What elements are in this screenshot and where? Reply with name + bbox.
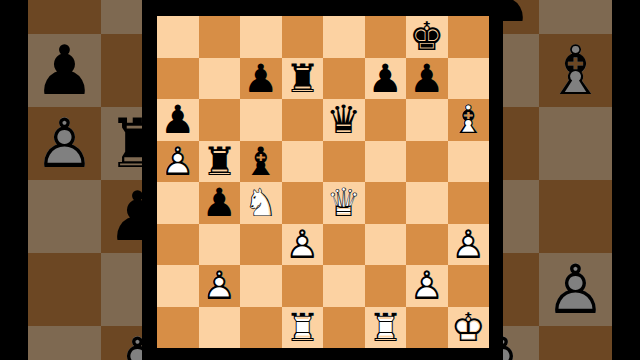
square-c1 <box>240 307 282 349</box>
black-rook-piece: ♜ <box>285 59 320 98</box>
square-h1: ♚♔ <box>448 307 490 349</box>
square-d4 <box>282 182 324 224</box>
square-g8: ♚ <box>406 16 448 58</box>
black-pawn-piece: ♟ <box>202 183 237 222</box>
white-pawn-piece: ♟♙ <box>545 256 606 324</box>
square-c8 <box>240 16 282 58</box>
square-e7 <box>323 58 365 100</box>
square-h5 <box>539 107 612 180</box>
white-pawn-piece: ♟♙ <box>160 142 195 181</box>
black-pawn-piece: ♟ <box>409 59 444 98</box>
square-d2 <box>282 265 324 307</box>
black-queen-piece: ♛ <box>326 100 361 139</box>
square-c3 <box>240 224 282 266</box>
square-g2: ♟♙ <box>406 265 448 307</box>
square-b7 <box>199 58 241 100</box>
square-h7 <box>539 0 612 34</box>
square-c2 <box>240 265 282 307</box>
square-g3 <box>406 224 448 266</box>
square-g1 <box>406 307 448 349</box>
video-frame: ♚♟♜♟♟♟♛♝♗♟♙♜♝♟♞♘♛♕♟♙♟♙♟♙♟♙♜♖♜♖♚♔ ♚♟♜♟♟♟♛… <box>0 0 640 360</box>
square-g5 <box>406 141 448 183</box>
square-b6 <box>199 99 241 141</box>
square-e6: ♛ <box>323 99 365 141</box>
square-a7 <box>28 0 101 34</box>
square-d1: ♜♖ <box>282 307 324 349</box>
black-pawn-piece: ♟ <box>160 100 195 139</box>
square-h6: ♝♗ <box>539 34 612 107</box>
square-a6: ♟ <box>157 99 199 141</box>
square-g4 <box>406 182 448 224</box>
square-g7: ♟ <box>406 58 448 100</box>
black-pawn-piece: ♟ <box>368 59 403 98</box>
square-d3: ♟♙ <box>282 224 324 266</box>
square-e8 <box>323 16 365 58</box>
square-a4 <box>157 182 199 224</box>
square-a3 <box>28 253 101 326</box>
square-f5 <box>365 141 407 183</box>
white-bishop-piece: ♝♗ <box>451 100 486 139</box>
square-b5: ♜ <box>199 141 241 183</box>
square-a7 <box>157 58 199 100</box>
main-board: ♚♟♜♟♟♟♛♝♗♟♙♜♝♟♞♘♛♕♟♙♟♙♟♙♟♙♜♖♜♖♚♔ <box>157 16 489 348</box>
square-d7: ♜ <box>282 58 324 100</box>
square-b8 <box>199 16 241 58</box>
square-d5 <box>282 141 324 183</box>
square-b1 <box>199 307 241 349</box>
square-a5: ♟♙ <box>157 141 199 183</box>
black-bishop-piece: ♝ <box>243 142 278 181</box>
square-h4 <box>448 182 490 224</box>
white-rook-piece: ♜♖ <box>368 308 403 347</box>
square-b3 <box>199 224 241 266</box>
square-f7: ♟ <box>365 58 407 100</box>
square-f1: ♜♖ <box>365 307 407 349</box>
square-b4: ♟ <box>199 182 241 224</box>
square-e3 <box>323 224 365 266</box>
square-a2 <box>28 326 101 360</box>
square-h3: ♟♙ <box>448 224 490 266</box>
square-c7: ♟ <box>240 58 282 100</box>
square-e5 <box>323 141 365 183</box>
square-g6 <box>406 99 448 141</box>
white-pawn-piece: ♟♙ <box>451 225 486 264</box>
square-h2 <box>539 326 612 360</box>
square-h2 <box>448 265 490 307</box>
square-d6 <box>282 99 324 141</box>
square-h8 <box>448 16 490 58</box>
square-a4 <box>28 180 101 253</box>
square-f8 <box>365 16 407 58</box>
square-a3 <box>157 224 199 266</box>
square-c5: ♝ <box>240 141 282 183</box>
black-king-piece: ♚ <box>409 17 444 56</box>
white-pawn-piece: ♟♙ <box>285 225 320 264</box>
white-knight-piece: ♞♘ <box>243 183 278 222</box>
white-pawn-piece: ♟♙ <box>409 266 444 305</box>
square-e1 <box>323 307 365 349</box>
square-c6 <box>240 99 282 141</box>
white-king-piece: ♚♔ <box>451 308 486 347</box>
white-rook-piece: ♜♖ <box>285 308 320 347</box>
square-h3: ♟♙ <box>539 253 612 326</box>
square-a6: ♟ <box>28 34 101 107</box>
square-d8 <box>282 16 324 58</box>
square-f2 <box>365 265 407 307</box>
square-e2 <box>323 265 365 307</box>
white-pawn-piece: ♟♙ <box>34 110 95 178</box>
square-h6: ♝♗ <box>448 99 490 141</box>
white-bishop-piece: ♝♗ <box>545 37 606 105</box>
white-pawn-piece: ♟♙ <box>202 266 237 305</box>
square-h5 <box>448 141 490 183</box>
square-f4 <box>365 182 407 224</box>
square-a5: ♟♙ <box>28 107 101 180</box>
square-h4 <box>539 180 612 253</box>
square-f3 <box>365 224 407 266</box>
black-pawn-piece: ♟ <box>243 59 278 98</box>
square-f6 <box>365 99 407 141</box>
white-queen-piece: ♛♕ <box>326 183 361 222</box>
square-b2: ♟♙ <box>199 265 241 307</box>
square-a2 <box>157 265 199 307</box>
square-a1 <box>157 307 199 349</box>
square-h7 <box>448 58 490 100</box>
black-rook-piece: ♜ <box>202 142 237 181</box>
black-pawn-piece: ♟ <box>34 37 95 105</box>
square-e4: ♛♕ <box>323 182 365 224</box>
square-a8 <box>157 16 199 58</box>
square-c4: ♞♘ <box>240 182 282 224</box>
